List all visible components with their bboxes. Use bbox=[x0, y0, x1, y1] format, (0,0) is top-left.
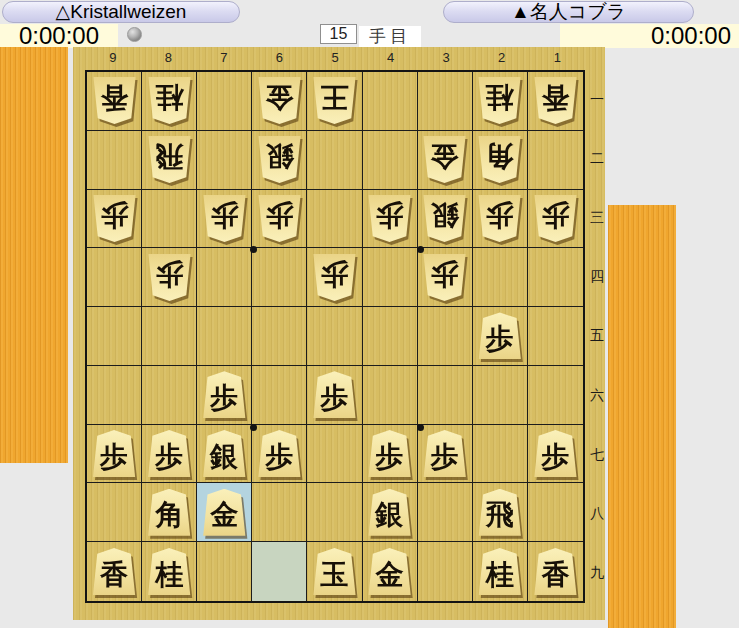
piece-glyph: 歩 bbox=[148, 254, 191, 301]
piece-glyph: 歩 bbox=[368, 195, 411, 242]
square-34[interactable]: 歩 bbox=[418, 248, 473, 307]
square-87[interactable]: 歩 bbox=[142, 425, 197, 484]
sente-piece-歩[interactable]: 歩 bbox=[93, 430, 136, 477]
gote-piece-桂[interactable]: 桂 bbox=[148, 77, 191, 124]
sente-piece-金[interactable]: 金 bbox=[368, 548, 411, 595]
sente-piece-歩[interactable]: 歩 bbox=[368, 430, 411, 477]
file-label-2: 2 bbox=[474, 49, 530, 67]
piece-glyph: 香 bbox=[534, 548, 577, 595]
rank-label-1: 一 bbox=[589, 70, 605, 129]
rank-label-8: 八 bbox=[589, 485, 605, 544]
square-67[interactable]: 歩 bbox=[252, 425, 307, 484]
piece-glyph: 歩 bbox=[478, 195, 521, 242]
square-97[interactable]: 歩 bbox=[87, 425, 142, 484]
piece-glyph: 歩 bbox=[148, 430, 191, 477]
rank-label-5: 五 bbox=[589, 307, 605, 366]
square-95[interactable] bbox=[87, 307, 142, 366]
piece-glyph: 飛 bbox=[478, 489, 521, 536]
gote-player-name-plate[interactable]: △Kristallweizen bbox=[2, 1, 240, 23]
rank-label-2: 二 bbox=[589, 129, 605, 188]
rank-label-7: 七 bbox=[589, 425, 605, 484]
piece-glyph: 歩 bbox=[368, 430, 411, 477]
square-19[interactable]: 香 bbox=[528, 542, 583, 601]
gote-piece-歩[interactable]: 歩 bbox=[478, 195, 521, 242]
piece-glyph: 歩 bbox=[93, 430, 136, 477]
piece-glyph: 桂 bbox=[148, 548, 191, 595]
gote-piece-金[interactable]: 金 bbox=[258, 77, 301, 124]
sente-piece-歩[interactable]: 歩 bbox=[534, 430, 577, 477]
square-17[interactable]: 歩 bbox=[528, 425, 583, 484]
rank-label-9: 九 bbox=[589, 544, 605, 603]
file-label-4: 4 bbox=[363, 49, 419, 67]
square-75[interactable] bbox=[197, 307, 252, 366]
sente-piece-歩[interactable]: 歩 bbox=[203, 371, 246, 418]
square-82[interactable]: 飛 bbox=[142, 131, 197, 190]
rank-label-6: 六 bbox=[589, 366, 605, 425]
gote-piece-銀[interactable]: 銀 bbox=[258, 136, 301, 183]
move-number-box: 15 bbox=[320, 24, 357, 44]
square-89[interactable]: 桂 bbox=[142, 542, 197, 601]
sente-player-name-plate[interactable]: ▲名人コブラ bbox=[443, 1, 694, 23]
square-49[interactable]: 金 bbox=[363, 542, 418, 601]
gote-piece-香[interactable]: 香 bbox=[93, 77, 136, 124]
square-18[interactable] bbox=[528, 483, 583, 542]
square-56[interactable]: 歩 bbox=[307, 366, 362, 425]
piece-glyph: 歩 bbox=[423, 254, 466, 301]
square-62[interactable]: 銀 bbox=[252, 131, 307, 190]
square-65[interactable] bbox=[252, 307, 307, 366]
sente-piece-香[interactable]: 香 bbox=[534, 548, 577, 595]
square-79[interactable] bbox=[197, 542, 252, 601]
square-23[interactable]: 歩 bbox=[473, 190, 528, 249]
piece-glyph: 桂 bbox=[478, 548, 521, 595]
square-25[interactable]: 歩 bbox=[473, 307, 528, 366]
sente-piece-歩[interactable]: 歩 bbox=[148, 430, 191, 477]
sente-piece-銀[interactable]: 銀 bbox=[203, 430, 246, 477]
square-12[interactable] bbox=[528, 131, 583, 190]
square-38[interactable] bbox=[418, 483, 473, 542]
square-78[interactable]: 金 bbox=[197, 483, 252, 542]
piece-glyph: 銀 bbox=[368, 489, 411, 536]
rank-label-3: 三 bbox=[589, 188, 605, 247]
square-15[interactable] bbox=[528, 307, 583, 366]
square-21[interactable]: 桂 bbox=[473, 72, 528, 131]
gote-piece-飛[interactable]: 飛 bbox=[148, 136, 191, 183]
sente-piece-歩[interactable]: 歩 bbox=[313, 371, 356, 418]
gote-komadai-panel bbox=[0, 47, 68, 463]
piece-glyph: 歩 bbox=[423, 430, 466, 477]
square-73[interactable]: 歩 bbox=[197, 190, 252, 249]
gote-piece-香[interactable]: 香 bbox=[534, 77, 577, 124]
square-29[interactable]: 桂 bbox=[473, 542, 528, 601]
gote-piece-歩[interactable]: 歩 bbox=[313, 254, 356, 301]
piece-glyph: 香 bbox=[534, 77, 577, 124]
piece-glyph: 香 bbox=[93, 77, 136, 124]
gote-piece-歩[interactable]: 歩 bbox=[93, 195, 136, 242]
shogi-board: 987654321 一二三四五六七八九 香桂金王桂香飛銀金角歩歩歩歩銀歩歩歩歩歩… bbox=[73, 47, 605, 620]
sente-piece-銀[interactable]: 銀 bbox=[368, 489, 411, 536]
gote-piece-歩[interactable]: 歩 bbox=[423, 254, 466, 301]
sente-piece-桂[interactable]: 桂 bbox=[478, 548, 521, 595]
square-92[interactable] bbox=[87, 131, 142, 190]
gote-piece-歩[interactable]: 歩 bbox=[148, 254, 191, 301]
piece-glyph: 角 bbox=[148, 489, 191, 536]
square-54[interactable]: 歩 bbox=[307, 248, 362, 307]
file-label-8: 8 bbox=[141, 49, 197, 67]
gote-piece-歩[interactable]: 歩 bbox=[203, 195, 246, 242]
square-88[interactable]: 角 bbox=[142, 483, 197, 542]
gote-piece-桂[interactable]: 桂 bbox=[478, 77, 521, 124]
square-64[interactable] bbox=[252, 248, 307, 307]
file-label-6: 6 bbox=[252, 49, 308, 67]
sente-komadai-panel bbox=[608, 205, 676, 628]
square-43[interactable]: 歩 bbox=[363, 190, 418, 249]
square-47[interactable]: 歩 bbox=[363, 425, 418, 484]
gote-piece-銀[interactable]: 銀 bbox=[423, 195, 466, 242]
square-76[interactable]: 歩 bbox=[197, 366, 252, 425]
piece-glyph: 玉 bbox=[313, 548, 356, 595]
square-11[interactable]: 香 bbox=[528, 72, 583, 131]
square-58[interactable] bbox=[307, 483, 362, 542]
sente-piece-玉[interactable]: 玉 bbox=[313, 548, 356, 595]
square-48[interactable]: 銀 bbox=[363, 483, 418, 542]
square-72[interactable] bbox=[197, 131, 252, 190]
gote-piece-歩[interactable]: 歩 bbox=[258, 195, 301, 242]
piece-glyph: 歩 bbox=[203, 195, 246, 242]
square-77[interactable]: 銀 bbox=[197, 425, 252, 484]
piece-glyph: 歩 bbox=[203, 371, 246, 418]
file-label-5: 5 bbox=[307, 49, 363, 67]
gote-piece-王[interactable]: 王 bbox=[313, 77, 356, 124]
piece-glyph: 金 bbox=[203, 489, 246, 536]
square-53[interactable] bbox=[307, 190, 362, 249]
sente-piece-桂[interactable]: 桂 bbox=[148, 548, 191, 595]
turn-indicator-lamp-icon bbox=[127, 27, 142, 42]
rank-labels: 一二三四五六七八九 bbox=[589, 70, 605, 603]
square-52[interactable] bbox=[307, 131, 362, 190]
rank-label-4: 四 bbox=[589, 248, 605, 307]
file-label-3: 3 bbox=[418, 49, 474, 67]
piece-glyph: 歩 bbox=[258, 195, 301, 242]
file-labels: 987654321 bbox=[85, 49, 585, 67]
piece-glyph: 歩 bbox=[93, 195, 136, 242]
square-57[interactable] bbox=[307, 425, 362, 484]
piece-glyph: 歩 bbox=[313, 254, 356, 301]
square-74[interactable] bbox=[197, 248, 252, 307]
square-36[interactable] bbox=[418, 366, 473, 425]
square-81[interactable]: 桂 bbox=[142, 72, 197, 131]
square-37[interactable]: 歩 bbox=[418, 425, 473, 484]
gote-piece-歩[interactable]: 歩 bbox=[534, 195, 577, 242]
star-point bbox=[417, 246, 424, 253]
square-66[interactable] bbox=[252, 366, 307, 425]
square-63[interactable]: 歩 bbox=[252, 190, 307, 249]
square-39[interactable] bbox=[418, 542, 473, 601]
piece-glyph: 金 bbox=[423, 136, 466, 183]
piece-glyph: 歩 bbox=[258, 430, 301, 477]
square-44[interactable] bbox=[363, 248, 418, 307]
square-86[interactable] bbox=[142, 366, 197, 425]
square-99[interactable]: 香 bbox=[87, 542, 142, 601]
square-13[interactable]: 歩 bbox=[528, 190, 583, 249]
gote-clock: 0:00:00 bbox=[0, 24, 118, 48]
piece-glyph: 銀 bbox=[423, 195, 466, 242]
file-label-7: 7 bbox=[196, 49, 252, 67]
square-55[interactable] bbox=[307, 307, 362, 366]
piece-glyph: 金 bbox=[368, 548, 411, 595]
square-33[interactable]: 銀 bbox=[418, 190, 473, 249]
square-83[interactable] bbox=[142, 190, 197, 249]
square-28[interactable]: 飛 bbox=[473, 483, 528, 542]
file-label-1: 1 bbox=[530, 49, 586, 67]
square-98[interactable] bbox=[87, 483, 142, 542]
piece-glyph: 角 bbox=[478, 136, 521, 183]
square-68[interactable] bbox=[252, 483, 307, 542]
square-27[interactable] bbox=[473, 425, 528, 484]
board-grid: 香桂金王桂香飛銀金角歩歩歩歩銀歩歩歩歩歩歩歩歩歩歩銀歩歩歩歩角金銀飛香桂玉金桂香 bbox=[85, 70, 585, 603]
square-31[interactable] bbox=[418, 72, 473, 131]
square-22[interactable]: 角 bbox=[473, 131, 528, 190]
square-14[interactable] bbox=[528, 248, 583, 307]
piece-glyph: 金 bbox=[258, 77, 301, 124]
square-24[interactable] bbox=[473, 248, 528, 307]
square-51[interactable]: 王 bbox=[307, 72, 362, 131]
sente-piece-歩[interactable]: 歩 bbox=[258, 430, 301, 477]
piece-glyph: 銀 bbox=[203, 430, 246, 477]
piece-glyph: 歩 bbox=[313, 371, 356, 418]
square-16[interactable] bbox=[528, 366, 583, 425]
sente-piece-歩[interactable]: 歩 bbox=[478, 312, 521, 359]
piece-glyph: 歩 bbox=[478, 312, 521, 359]
square-42[interactable] bbox=[363, 131, 418, 190]
piece-glyph: 桂 bbox=[478, 77, 521, 124]
square-32[interactable]: 金 bbox=[418, 131, 473, 190]
piece-glyph: 歩 bbox=[534, 430, 577, 477]
piece-glyph: 飛 bbox=[148, 136, 191, 183]
square-96[interactable] bbox=[87, 366, 142, 425]
piece-glyph: 歩 bbox=[534, 195, 577, 242]
square-94[interactable] bbox=[87, 248, 142, 307]
square-46[interactable] bbox=[363, 366, 418, 425]
sente-piece-飛[interactable]: 飛 bbox=[478, 489, 521, 536]
square-26[interactable] bbox=[473, 366, 528, 425]
gote-piece-歩[interactable]: 歩 bbox=[368, 195, 411, 242]
piece-glyph: 王 bbox=[313, 77, 356, 124]
square-45[interactable] bbox=[363, 307, 418, 366]
sente-piece-角[interactable]: 角 bbox=[148, 489, 191, 536]
piece-glyph: 香 bbox=[93, 548, 136, 595]
square-71[interactable] bbox=[197, 72, 252, 131]
star-point bbox=[250, 424, 257, 431]
square-85[interactable] bbox=[142, 307, 197, 366]
square-84[interactable]: 歩 bbox=[142, 248, 197, 307]
square-91[interactable]: 香 bbox=[87, 72, 142, 131]
piece-glyph: 銀 bbox=[258, 136, 301, 183]
square-93[interactable]: 歩 bbox=[87, 190, 142, 249]
gote-piece-金[interactable]: 金 bbox=[423, 136, 466, 183]
file-label-9: 9 bbox=[85, 49, 141, 67]
square-41[interactable] bbox=[363, 72, 418, 131]
sente-piece-香[interactable]: 香 bbox=[93, 548, 136, 595]
square-61[interactable]: 金 bbox=[252, 72, 307, 131]
star-point bbox=[417, 424, 424, 431]
gote-piece-角[interactable]: 角 bbox=[478, 136, 521, 183]
move-number-label: 手目 bbox=[359, 26, 421, 48]
square-35[interactable] bbox=[418, 307, 473, 366]
square-69[interactable] bbox=[252, 542, 307, 601]
sente-piece-歩[interactable]: 歩 bbox=[423, 430, 466, 477]
sente-piece-金[interactable]: 金 bbox=[203, 489, 246, 536]
piece-glyph: 桂 bbox=[148, 77, 191, 124]
square-59[interactable]: 玉 bbox=[307, 542, 362, 601]
sente-clock: 0:00:00 bbox=[560, 24, 739, 48]
